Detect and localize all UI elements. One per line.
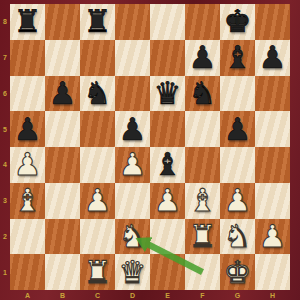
square-h7[interactable]: ♟ (255, 40, 290, 76)
piece-white-queen[interactable]: ♛ (119, 257, 147, 288)
file-label-f: F (185, 290, 220, 300)
piece-black-bishop[interactable]: ♝ (154, 149, 182, 180)
piece-black-pawn[interactable]: ♟ (14, 114, 42, 145)
square-h2[interactable]: ♟ (255, 219, 290, 255)
square-e7[interactable] (150, 40, 185, 76)
piece-black-pawn[interactable]: ♟ (119, 114, 147, 145)
square-f2[interactable]: ♜ (185, 219, 220, 255)
square-f6[interactable]: ♞ (185, 76, 220, 112)
piece-black-queen[interactable]: ♛ (154, 78, 182, 109)
square-e3[interactable]: ♟ (150, 183, 185, 219)
piece-white-pawn[interactable]: ♟ (154, 185, 182, 216)
square-f1[interactable] (185, 254, 220, 290)
square-d8[interactable] (115, 4, 150, 40)
piece-black-pawn[interactable]: ♟ (49, 78, 77, 109)
square-e1[interactable] (150, 254, 185, 290)
piece-black-rook[interactable]: ♜ (14, 6, 42, 37)
square-c1[interactable]: ♜ (80, 254, 115, 290)
chess-board: ♜♜♚♟♝♟♟♞♛♞♟♟♟♟♟♝♝♟♟♝♟♞♜♞♟♜♛♚ (10, 4, 290, 290)
square-h1[interactable] (255, 254, 290, 290)
square-a8[interactable]: ♜ (10, 4, 45, 40)
square-g6[interactable] (220, 76, 255, 112)
piece-black-pawn[interactable]: ♟ (189, 42, 217, 73)
square-b2[interactable] (45, 219, 80, 255)
file-label-b: B (45, 290, 80, 300)
square-a6[interactable] (10, 76, 45, 112)
square-h6[interactable] (255, 76, 290, 112)
piece-black-knight[interactable]: ♞ (189, 78, 217, 109)
square-c2[interactable] (80, 219, 115, 255)
rank-label-2: 2 (0, 219, 10, 255)
square-g7[interactable]: ♝ (220, 40, 255, 76)
rank-label-6: 6 (0, 76, 10, 112)
file-label-c: C (80, 290, 115, 300)
square-e4[interactable]: ♝ (150, 147, 185, 183)
rank-label-4: 4 (0, 147, 10, 183)
square-d5[interactable]: ♟ (115, 111, 150, 147)
square-f5[interactable] (185, 111, 220, 147)
piece-white-bishop[interactable]: ♝ (189, 185, 217, 216)
piece-white-rook[interactable]: ♜ (84, 257, 112, 288)
square-c6[interactable]: ♞ (80, 76, 115, 112)
file-label-h: H (255, 290, 290, 300)
piece-black-rook[interactable]: ♜ (84, 6, 112, 37)
piece-white-pawn[interactable]: ♟ (84, 185, 112, 216)
square-e8[interactable] (150, 4, 185, 40)
piece-white-knight[interactable]: ♞ (224, 221, 252, 252)
square-g2[interactable]: ♞ (220, 219, 255, 255)
rank-label-8: 8 (0, 4, 10, 40)
piece-white-pawn[interactable]: ♟ (14, 149, 42, 180)
square-c3[interactable]: ♟ (80, 183, 115, 219)
square-e5[interactable] (150, 111, 185, 147)
square-d6[interactable] (115, 76, 150, 112)
square-a7[interactable] (10, 40, 45, 76)
square-g3[interactable]: ♟ (220, 183, 255, 219)
file-label-d: D (115, 290, 150, 300)
piece-black-king[interactable]: ♚ (224, 6, 252, 37)
piece-white-knight[interactable]: ♞ (119, 221, 147, 252)
piece-white-king[interactable]: ♚ (224, 257, 252, 288)
square-a4[interactable]: ♟ (10, 147, 45, 183)
square-c8[interactable]: ♜ (80, 4, 115, 40)
rank-label-7: 7 (0, 40, 10, 76)
square-d3[interactable] (115, 183, 150, 219)
square-h3[interactable] (255, 183, 290, 219)
square-b3[interactable] (45, 183, 80, 219)
square-c5[interactable] (80, 111, 115, 147)
file-label-a: A (10, 290, 45, 300)
square-f4[interactable] (185, 147, 220, 183)
square-h5[interactable] (255, 111, 290, 147)
file-coordinates: ABCDEFGH (10, 290, 290, 300)
square-b5[interactable] (45, 111, 80, 147)
square-a1[interactable] (10, 254, 45, 290)
file-label-e: E (150, 290, 185, 300)
square-g4[interactable] (220, 147, 255, 183)
square-g8[interactable]: ♚ (220, 4, 255, 40)
square-a5[interactable]: ♟ (10, 111, 45, 147)
rank-label-5: 5 (0, 111, 10, 147)
square-b4[interactable] (45, 147, 80, 183)
piece-white-pawn[interactable]: ♟ (119, 149, 147, 180)
square-e6[interactable]: ♛ (150, 76, 185, 112)
piece-black-knight[interactable]: ♞ (84, 78, 112, 109)
square-g5[interactable]: ♟ (220, 111, 255, 147)
square-d2[interactable]: ♞ (115, 219, 150, 255)
square-e2[interactable] (150, 219, 185, 255)
square-b7[interactable] (45, 40, 80, 76)
file-label-g: G (220, 290, 255, 300)
square-f8[interactable] (185, 4, 220, 40)
piece-white-pawn[interactable]: ♟ (259, 221, 287, 252)
piece-black-pawn[interactable]: ♟ (259, 42, 287, 73)
piece-white-rook[interactable]: ♜ (189, 221, 217, 252)
piece-black-pawn[interactable]: ♟ (224, 114, 252, 145)
square-c4[interactable] (80, 147, 115, 183)
piece-black-bishop[interactable]: ♝ (224, 42, 252, 73)
square-h4[interactable] (255, 147, 290, 183)
piece-white-pawn[interactable]: ♟ (224, 185, 252, 216)
square-h8[interactable] (255, 4, 290, 40)
piece-white-bishop[interactable]: ♝ (14, 185, 42, 216)
square-d4[interactable]: ♟ (115, 147, 150, 183)
square-b8[interactable] (45, 4, 80, 40)
square-b1[interactable] (45, 254, 80, 290)
rank-label-3: 3 (0, 183, 10, 219)
square-f7[interactable]: ♟ (185, 40, 220, 76)
rank-coordinates: 87654321 (0, 4, 10, 290)
square-b6[interactable]: ♟ (45, 76, 80, 112)
square-a3[interactable]: ♝ (10, 183, 45, 219)
square-d7[interactable] (115, 40, 150, 76)
square-a2[interactable] (10, 219, 45, 255)
square-g1[interactable]: ♚ (220, 254, 255, 290)
rank-label-1: 1 (0, 254, 10, 290)
square-f3[interactable]: ♝ (185, 183, 220, 219)
square-c7[interactable] (80, 40, 115, 76)
chess-app: ♜♜♚♟♝♟♟♞♛♞♟♟♟♟♟♝♝♟♟♝♟♞♜♞♟♜♛♚ 87654321 AB… (0, 0, 300, 300)
square-d1[interactable]: ♛ (115, 254, 150, 290)
